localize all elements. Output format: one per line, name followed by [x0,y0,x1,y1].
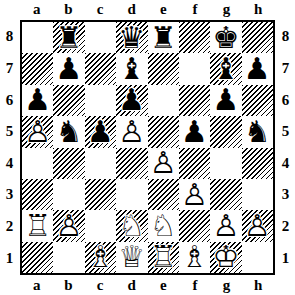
square-c4[interactable] [85,148,116,179]
square-e2[interactable]: ♞♘ [148,210,179,241]
square-e5[interactable] [148,116,179,147]
file-label-d-top: d [116,0,148,19]
square-g7[interactable]: ♝ [210,53,241,84]
square-g1[interactable]: ♚♔ [210,242,241,273]
black-pawn-piece: ♟ [242,53,273,84]
white-rook-outline: ♖ [148,242,179,273]
black-pawn-glyph: ♟ [85,116,116,147]
rank-label-3-right: 3 [276,179,295,211]
rank-label-6-right: 6 [276,84,295,116]
square-f1[interactable]: ♝♗ [179,242,210,273]
square-c7[interactable] [85,53,116,84]
black-rook-glyph: ♜ [53,22,84,53]
white-knight-outline: ♘ [116,210,147,241]
white-pawn-piece: ♟♙ [53,210,84,241]
white-rook-glyph: ♜ [148,242,179,273]
file-label-e-bottom: e [148,276,180,295]
square-h4[interactable] [242,148,273,179]
black-queen-glyph: ♛ [116,22,147,53]
black-knight-piece: ♞ [242,116,273,147]
white-bishop-piece: ♝♗ [85,242,116,273]
black-pawn-piece: ♟ [179,116,210,147]
white-knight-outline: ♘ [148,210,179,241]
white-rook-glyph: ♜ [22,210,53,241]
square-h8[interactable] [242,22,273,53]
black-pawn-piece: ♟ [22,85,53,116]
white-pawn-glyph: ♟ [53,210,84,241]
file-label-g-top: g [211,0,243,19]
file-label-g-bottom: g [211,276,243,295]
square-h5[interactable]: ♞ [242,116,273,147]
file-labels-bottom: abcdefgh [21,276,274,295]
black-bishop-glyph: ♝ [116,53,147,84]
black-pawn-glyph: ♟ [242,53,273,84]
white-knight-glyph: ♞ [148,210,179,241]
square-a1[interactable] [22,242,53,273]
square-e8[interactable]: ♜ [148,22,179,53]
square-b4[interactable] [53,148,84,179]
square-a6[interactable]: ♟ [22,85,53,116]
square-c3[interactable] [85,179,116,210]
chess-diagram: abcdefgh abcdefgh 87654321 87654321 ♜♛♜♚… [0,0,295,295]
square-g3[interactable] [210,179,241,210]
black-rook-piece: ♜ [148,22,179,53]
white-pawn-outline: ♙ [53,210,84,241]
square-e6[interactable] [148,85,179,116]
square-d2[interactable]: ♞♘ [116,210,147,241]
black-pawn-piece: ♟ [85,116,116,147]
square-f4[interactable] [179,148,210,179]
black-bishop-glyph: ♝ [210,53,241,84]
square-g8[interactable]: ♚ [210,22,241,53]
square-c6[interactable] [85,85,116,116]
square-d7[interactable]: ♝ [116,53,147,84]
black-bishop-piece: ♝ [210,53,241,84]
rank-label-1-right: 1 [276,242,295,274]
square-d8[interactable]: ♛ [116,22,147,53]
square-b2[interactable]: ♟♙ [53,210,84,241]
square-f3[interactable]: ♟♙ [179,179,210,210]
black-pawn-glyph: ♟ [116,85,147,116]
white-knight-piece: ♞♘ [148,210,179,241]
white-knight-glyph: ♞ [116,210,147,241]
white-queen-outline: ♕ [116,242,147,273]
black-bishop-piece: ♝ [116,53,147,84]
rank-label-8-left: 8 [0,21,19,53]
rank-label-5-right: 5 [276,116,295,148]
rank-labels-left: 87654321 [0,21,19,274]
square-c8[interactable] [85,22,116,53]
white-pawn-outline: ♙ [179,179,210,210]
black-pawn-glyph: ♟ [53,53,84,84]
white-bishop-outline: ♗ [179,242,210,273]
square-c1[interactable]: ♝♗ [85,242,116,273]
file-label-f-top: f [179,0,211,19]
square-b7[interactable]: ♟ [53,53,84,84]
square-b5[interactable]: ♞ [53,116,84,147]
white-pawn-glyph: ♟ [179,179,210,210]
white-bishop-outline: ♗ [85,242,116,273]
white-knight-piece: ♞♘ [116,210,147,241]
square-g6[interactable]: ♟ [210,85,241,116]
white-pawn-outline: ♙ [148,148,179,179]
file-label-c-top: c [84,0,116,19]
square-d6[interactable]: ♟ [116,85,147,116]
white-pawn-outline: ♙ [242,210,273,241]
square-d5[interactable]: ♟♙ [116,116,147,147]
rank-label-4-right: 4 [276,148,295,180]
white-pawn-piece: ♟♙ [242,210,273,241]
white-pawn-piece: ♟♙ [116,116,147,147]
white-pawn-outline: ♙ [116,116,147,147]
square-h7[interactable]: ♟ [242,53,273,84]
black-king-piece: ♚ [210,22,241,53]
white-rook-outline: ♖ [22,210,53,241]
square-a2[interactable]: ♜♖ [22,210,53,241]
white-pawn-glyph: ♟ [22,116,53,147]
square-g4[interactable] [210,148,241,179]
square-e4[interactable]: ♟♙ [148,148,179,179]
white-bishop-piece: ♝♗ [179,242,210,273]
square-g2[interactable]: ♟♙ [210,210,241,241]
black-pawn-piece: ♟ [210,85,241,116]
white-king-glyph: ♚ [210,242,241,273]
black-knight-piece: ♞ [53,116,84,147]
file-label-c-bottom: c [84,276,116,295]
square-a3[interactable] [22,179,53,210]
file-labels-top: abcdefgh [21,0,274,19]
chess-board: ♜♛♜♚♟♝♝♟♟♟♟♟♙♞♟♟♙♟♞♟♙♟♙♜♖♟♙♞♘♞♘♟♙♟♙♝♗♛♕♜… [20,20,275,275]
white-pawn-piece: ♟♙ [148,148,179,179]
file-label-b-bottom: b [53,276,85,295]
white-bishop-glyph: ♝ [179,242,210,273]
file-label-b-top: b [53,0,85,19]
white-pawn-glyph: ♟ [242,210,273,241]
white-queen-piece: ♛♕ [116,242,147,273]
square-h6[interactable] [242,85,273,116]
rank-label-5-left: 5 [0,116,19,148]
black-pawn-piece: ♟ [53,53,84,84]
white-king-piece: ♚♔ [210,242,241,273]
square-c2[interactable] [85,210,116,241]
black-rook-piece: ♜ [53,22,84,53]
white-pawn-glyph: ♟ [116,116,147,147]
black-knight-glyph: ♞ [242,116,273,147]
white-pawn-outline: ♙ [210,210,241,241]
rank-label-2-left: 2 [0,211,19,243]
white-pawn-glyph: ♟ [210,210,241,241]
square-f6[interactable] [179,85,210,116]
white-bishop-glyph: ♝ [85,242,116,273]
square-e7[interactable] [148,53,179,84]
file-label-d-bottom: d [116,276,148,295]
square-a8[interactable] [22,22,53,53]
rank-label-7-right: 7 [276,53,295,85]
white-pawn-glyph: ♟ [148,148,179,179]
square-f5[interactable]: ♟ [179,116,210,147]
black-knight-glyph: ♞ [53,116,84,147]
rank-label-7-left: 7 [0,53,19,85]
file-label-e-top: e [148,0,180,19]
black-queen-piece: ♛ [116,22,147,53]
white-pawn-piece: ♟♙ [179,179,210,210]
white-queen-glyph: ♛ [116,242,147,273]
file-label-h-bottom: h [242,276,274,295]
white-rook-piece: ♜♖ [22,210,53,241]
rank-labels-right: 87654321 [276,21,295,274]
square-b6[interactable] [53,85,84,116]
black-king-glyph: ♚ [210,22,241,53]
square-e1[interactable]: ♜♖ [148,242,179,273]
file-label-a-top: a [21,0,53,19]
file-label-f-bottom: f [179,276,211,295]
rank-label-2-right: 2 [276,211,295,243]
rank-label-8-right: 8 [276,21,295,53]
file-label-h-top: h [242,0,274,19]
square-h3[interactable] [242,179,273,210]
square-f2[interactable] [179,210,210,241]
rank-label-6-left: 6 [0,84,19,116]
square-f7[interactable] [179,53,210,84]
white-pawn-piece: ♟♙ [210,210,241,241]
white-pawn-piece: ♟♙ [22,116,53,147]
square-c5[interactable]: ♟ [85,116,116,147]
black-pawn-glyph: ♟ [22,85,53,116]
square-a7[interactable] [22,53,53,84]
square-h1[interactable] [242,242,273,273]
square-a4[interactable] [22,148,53,179]
rank-label-1-left: 1 [0,242,19,274]
square-b1[interactable] [53,242,84,273]
square-h2[interactable]: ♟♙ [242,210,273,241]
square-g5[interactable] [210,116,241,147]
file-label-a-bottom: a [21,276,53,295]
black-pawn-glyph: ♟ [179,116,210,147]
white-rook-piece: ♜♖ [148,242,179,273]
square-d3[interactable] [116,179,147,210]
black-rook-glyph: ♜ [148,22,179,53]
square-b8[interactable]: ♜ [53,22,84,53]
rank-label-3-left: 3 [0,179,19,211]
square-b3[interactable] [53,179,84,210]
square-d1[interactable]: ♛♕ [116,242,147,273]
square-e3[interactable] [148,179,179,210]
square-d4[interactable] [116,148,147,179]
square-f8[interactable] [179,22,210,53]
square-a5[interactable]: ♟♙ [22,116,53,147]
rank-label-4-left: 4 [0,148,19,180]
white-king-outline: ♔ [210,242,241,273]
white-pawn-outline: ♙ [22,116,53,147]
black-pawn-glyph: ♟ [210,85,241,116]
black-pawn-piece: ♟ [116,85,147,116]
